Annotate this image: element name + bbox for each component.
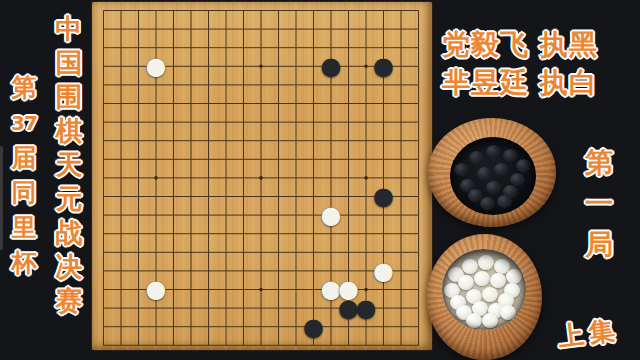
white-stone-D16: ●: [147, 57, 165, 76]
vertical-char: 里: [12, 210, 37, 245]
bowl-stone-black: [486, 181, 501, 194]
broadcast-frame: 第37届同里杯 中国围棋天元战决赛 ●●●●●●●●●●●● 党毅飞 执黑 芈昱…: [0, 0, 640, 360]
black-stone-R9: ●: [375, 187, 393, 206]
vertical-char: 第: [585, 142, 613, 183]
bowl-stone-white: [490, 273, 506, 288]
bowl-stone-white: [466, 313, 482, 328]
game-number-column: 第一局: [579, 142, 619, 265]
black-stone-N2: ●: [305, 317, 323, 336]
black-stones-bowl: [428, 118, 556, 227]
event-title-column: 中国围棋天元战决赛: [50, 12, 88, 318]
vertical-char: 决: [56, 250, 83, 284]
bowl-stone-black: [503, 149, 518, 162]
vertical-char: 届: [12, 140, 37, 175]
player-white-line: 芈昱廷 执白: [442, 64, 598, 102]
white-stone-P4: ●: [340, 280, 358, 299]
bowl-stone-black: [480, 197, 495, 210]
bowl-stone-white: [478, 255, 494, 270]
black-stone-Q3: ●: [357, 299, 375, 318]
bowl-stone-white: [462, 259, 478, 274]
vertical-char: 37: [11, 105, 37, 140]
stone-grid: ●●●●●●●●●●●●: [95, 1, 428, 354]
bowl-stone-black: [516, 159, 531, 172]
vertical-char: 中: [56, 12, 83, 46]
vertical-char: 国: [56, 46, 83, 80]
black-stone-R16: ●: [375, 57, 393, 76]
bowl-stone-black: [454, 163, 469, 176]
bowl-stone-white: [458, 275, 474, 290]
vertical-char: 同: [12, 175, 37, 210]
bowl-stone-black: [477, 167, 492, 180]
bowl-stone-white: [506, 269, 522, 284]
bowl-stone-white: [500, 305, 516, 320]
bowl-stone-white: [482, 313, 498, 328]
vertical-char: 第: [12, 70, 37, 105]
black-bowl-opening: [450, 137, 536, 215]
episode-label: 上集: [556, 312, 622, 354]
vertical-char: 战: [56, 216, 83, 250]
vertical-char: 局: [585, 224, 613, 265]
vertical-char: 赛: [56, 284, 83, 318]
white-stone-D4: ●: [147, 280, 165, 299]
white-stone-O8: ●: [322, 206, 340, 225]
vertical-char: 棋: [56, 114, 83, 148]
bowl-stone-white: [482, 287, 498, 302]
left-edge-object: [0, 146, 3, 250]
bowl-stone-white: [474, 271, 490, 286]
bowl-stone-black: [510, 173, 525, 186]
vertical-char: 杯: [12, 245, 37, 280]
white-bowl-opening: [442, 249, 526, 330]
vertical-char: 元: [56, 182, 83, 216]
bowl-stone-black: [497, 195, 512, 208]
go-board: ●●●●●●●●●●●●: [92, 2, 432, 350]
board-grid-area: ●●●●●●●●●●●●: [103, 10, 419, 346]
bowl-stone-black: [469, 151, 484, 164]
vertical-char: 天: [56, 148, 83, 182]
white-stones-bowl: [427, 234, 542, 360]
players-block: 党毅飞 执黑 芈昱廷 执白: [442, 26, 598, 102]
bowl-stone-black: [494, 163, 509, 176]
vertical-char: 围: [56, 80, 83, 114]
black-stone-O16: ●: [322, 57, 340, 76]
edition-column: 第37届同里杯: [5, 70, 43, 280]
bowl-stone-black: [486, 145, 501, 158]
player-black-line: 党毅飞 执黑: [442, 26, 598, 64]
white-stone-R5: ●: [375, 262, 393, 281]
vertical-char: 一: [585, 183, 613, 224]
